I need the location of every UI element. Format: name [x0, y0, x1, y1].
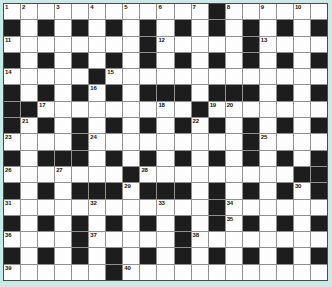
white-cell-r5c10[interactable]: [157, 69, 173, 84]
white-cell-r16c8[interactable]: [123, 248, 139, 263]
white-cell-r11c7[interactable]: [106, 167, 122, 182]
black-cell-r11c18: [294, 167, 310, 182]
white-cell-r9c10[interactable]: [157, 134, 173, 149]
white-cell-r3c17[interactable]: [277, 37, 293, 52]
white-cell-r1c9[interactable]: [140, 4, 156, 19]
white-cell-r8c2[interactable]: 21: [21, 118, 37, 133]
white-cell-r8c14[interactable]: [226, 118, 242, 133]
white-cell-r4c18[interactable]: [294, 53, 310, 68]
white-cell-r17c17[interactable]: [277, 265, 293, 280]
white-cell-r8c6[interactable]: [89, 118, 105, 133]
white-cell-r3c10[interactable]: 12: [157, 37, 173, 52]
white-cell-r14c2[interactable]: [21, 216, 37, 231]
white-cell-r5c8[interactable]: [123, 69, 139, 84]
clue-number-1: 1: [5, 4, 8, 11]
white-cell-r4c14[interactable]: [226, 53, 242, 68]
white-cell-r17c6[interactable]: [89, 265, 105, 280]
white-cell-r10c18[interactable]: [294, 151, 310, 166]
white-cell-r8c4[interactable]: [55, 118, 71, 133]
black-cell-r10c4: [55, 151, 71, 166]
white-cell-r16c6[interactable]: [89, 248, 105, 263]
white-cell-r11c14[interactable]: [226, 167, 242, 182]
white-cell-r13c3[interactable]: [38, 200, 54, 215]
white-cell-r11c3[interactable]: [38, 167, 54, 182]
white-cell-r13c14[interactable]: 34: [226, 200, 242, 215]
white-cell-r11c16[interactable]: [260, 167, 276, 182]
white-cell-r11c13[interactable]: [209, 167, 225, 182]
clue-number-6: 6: [158, 4, 161, 11]
white-cell-r15c13[interactable]: [209, 232, 225, 247]
black-cell-r7c2: [21, 102, 37, 117]
white-cell-r2c2[interactable]: [21, 20, 37, 35]
white-cell-r10c10[interactable]: [157, 151, 173, 166]
black-cell-r10c19: [311, 151, 327, 166]
white-cell-r15c3[interactable]: [38, 232, 54, 247]
white-cell-r8c8[interactable]: [123, 118, 139, 133]
white-cell-r3c12[interactable]: [192, 37, 208, 52]
black-cell-r2c13: [209, 20, 225, 35]
white-cell-r10c2[interactable]: [21, 151, 37, 166]
black-cell-r12c1: [4, 183, 20, 198]
white-cell-r2c14[interactable]: [226, 20, 242, 35]
black-cell-r8c15: [243, 118, 259, 133]
white-cell-r16c10[interactable]: [157, 248, 173, 263]
white-cell-r12c14[interactable]: [226, 183, 242, 198]
white-cell-r17c16[interactable]: [260, 265, 276, 280]
white-cell-r1c16[interactable]: 9: [260, 4, 276, 19]
white-cell-r11c9[interactable]: 28: [140, 167, 156, 182]
white-cell-r13c2[interactable]: [21, 200, 37, 215]
white-cell-r15c19[interactable]: [311, 232, 327, 247]
white-cell-r9c12[interactable]: [192, 134, 208, 149]
white-cell-r1c2[interactable]: 2: [21, 4, 37, 19]
black-cell-r6c1: [4, 85, 20, 100]
white-cell-r3c18[interactable]: [294, 37, 310, 52]
white-cell-r9c4[interactable]: [55, 134, 71, 149]
white-cell-r1c12[interactable]: 7: [192, 4, 208, 19]
white-cell-r15c1[interactable]: 36: [4, 232, 20, 247]
white-cell-r17c4[interactable]: [55, 265, 71, 280]
black-cell-r10c15: [243, 151, 259, 166]
clue-number-15: 15: [107, 69, 113, 76]
white-cell-r5c16[interactable]: [260, 69, 276, 84]
white-cell-r8c18[interactable]: [294, 118, 310, 133]
white-cell-r9c7[interactable]: [106, 134, 122, 149]
white-cell-r1c5[interactable]: [72, 4, 88, 19]
white-cell-r1c15[interactable]: [243, 4, 259, 19]
clue-number-37: 37: [90, 232, 96, 239]
white-cell-r7c18[interactable]: [294, 102, 310, 117]
white-cell-r2c6[interactable]: [89, 20, 105, 35]
white-cell-r11c5[interactable]: [72, 167, 88, 182]
white-cell-r14c6[interactable]: [89, 216, 105, 231]
white-cell-r3c13[interactable]: [209, 37, 225, 52]
white-cell-r11c11[interactable]: [175, 167, 191, 182]
white-cell-r1c14[interactable]: 8: [226, 4, 242, 19]
white-cell-r5c3[interactable]: [38, 69, 54, 84]
clue-number-25: 25: [261, 134, 267, 141]
white-cell-r14c18[interactable]: [294, 216, 310, 231]
white-cell-r4c6[interactable]: [89, 53, 105, 68]
black-cell-r10c5: [72, 151, 88, 166]
clue-number-30: 30: [295, 183, 301, 190]
white-cell-r12c16[interactable]: [260, 183, 276, 198]
white-cell-r17c3[interactable]: [38, 265, 54, 280]
white-cell-r9c19[interactable]: [311, 134, 327, 149]
white-cell-r15c15[interactable]: [243, 232, 259, 247]
black-cell-r14c3: [38, 216, 54, 231]
white-cell-r2c4[interactable]: [55, 20, 71, 35]
white-cell-r13c17[interactable]: [277, 200, 293, 215]
black-cell-r14c19: [311, 216, 327, 231]
white-cell-r2c10[interactable]: [157, 20, 173, 35]
white-cell-r15c7[interactable]: [106, 232, 122, 247]
black-cell-r3c15: [243, 37, 259, 52]
white-cell-r9c9[interactable]: [140, 134, 156, 149]
white-cell-r1c4[interactable]: 3: [55, 4, 71, 19]
white-cell-r3c6[interactable]: [89, 37, 105, 52]
white-cell-r7c19[interactable]: [311, 102, 327, 117]
black-cell-r8c19: [311, 118, 327, 133]
white-cell-r3c11[interactable]: [175, 37, 191, 52]
white-cell-r11c2[interactable]: [21, 167, 37, 182]
white-cell-r3c4[interactable]: [55, 37, 71, 52]
white-cell-r9c16[interactable]: 25: [260, 134, 276, 149]
white-cell-r3c8[interactable]: [123, 37, 139, 52]
white-cell-r17c11[interactable]: [175, 265, 191, 280]
clue-number-7: 7: [193, 4, 196, 11]
white-cell-r9c17[interactable]: [277, 134, 293, 149]
white-cell-r16c4[interactable]: [55, 248, 71, 263]
white-cell-r8c10[interactable]: [157, 118, 173, 133]
white-cell-r2c12[interactable]: [192, 20, 208, 35]
white-cell-r9c14[interactable]: [226, 134, 242, 149]
white-cell-r15c8[interactable]: [123, 232, 139, 247]
white-cell-r15c2[interactable]: [21, 232, 37, 247]
clue-number-16: 16: [90, 85, 96, 92]
black-cell-r16c7: [106, 248, 122, 263]
white-cell-r17c12[interactable]: [192, 265, 208, 280]
white-cell-r4c10[interactable]: [157, 53, 173, 68]
black-cell-r9c5: [72, 134, 88, 149]
white-cell-r1c7[interactable]: [106, 4, 122, 19]
white-cell-r5c13[interactable]: [209, 69, 225, 84]
black-cell-r2c1: [4, 20, 20, 35]
black-cell-r14c11: [175, 216, 191, 231]
black-cell-r10c1: [4, 151, 20, 166]
clue-number-9: 9: [261, 4, 264, 11]
white-cell-r4c2[interactable]: [21, 53, 37, 68]
black-cell-r14c7: [106, 216, 122, 231]
white-cell-r11c15[interactable]: [243, 167, 259, 182]
white-cell-r1c8[interactable]: 5: [123, 4, 139, 19]
black-cell-r10c3: [38, 151, 54, 166]
white-cell-r11c1[interactable]: 26: [4, 167, 20, 182]
black-cell-r13c13: [209, 200, 225, 215]
black-cell-r4c7: [106, 53, 122, 68]
white-cell-r9c8[interactable]: [123, 134, 139, 149]
white-cell-r13c12[interactable]: [192, 200, 208, 215]
white-cell-r3c16[interactable]: 13: [260, 37, 276, 52]
white-cell-r13c15[interactable]: [243, 200, 259, 215]
clue-number-8: 8: [227, 4, 230, 11]
white-cell-r13c10[interactable]: 33: [157, 200, 173, 215]
white-cell-r3c2[interactable]: [21, 37, 37, 52]
white-cell-r17c18[interactable]: [294, 265, 310, 280]
white-cell-r7c3[interactable]: 17: [38, 102, 54, 117]
white-cell-r15c12[interactable]: 38: [192, 232, 208, 247]
black-cell-r12c15: [243, 183, 259, 198]
white-cell-r11c17[interactable]: [277, 167, 293, 182]
white-cell-r11c12[interactable]: [192, 167, 208, 182]
white-cell-r15c16[interactable]: [260, 232, 276, 247]
white-cell-r14c10[interactable]: [157, 216, 173, 231]
white-cell-r13c11[interactable]: [175, 200, 191, 215]
white-cell-r15c18[interactable]: [294, 232, 310, 247]
black-cell-r4c9: [140, 53, 156, 68]
clue-number-24: 24: [90, 134, 96, 141]
black-cell-r6c14: [226, 85, 242, 100]
white-cell-r13c18[interactable]: [294, 200, 310, 215]
white-cell-r14c12[interactable]: [192, 216, 208, 231]
white-cell-r7c6[interactable]: [89, 102, 105, 117]
white-cell-r14c14[interactable]: 35: [226, 216, 242, 231]
black-cell-r12c6: [89, 183, 105, 198]
white-cell-r14c8[interactable]: [123, 216, 139, 231]
white-cell-r17c10[interactable]: [157, 265, 173, 280]
white-cell-r14c4[interactable]: [55, 216, 71, 231]
white-cell-r7c7[interactable]: [106, 102, 122, 117]
white-cell-r6c2[interactable]: [21, 85, 37, 100]
black-cell-r16c13: [209, 248, 225, 263]
white-cell-r10c12[interactable]: [192, 151, 208, 166]
white-cell-r13c6[interactable]: 32: [89, 200, 105, 215]
clue-number-3: 3: [56, 4, 59, 11]
white-cell-r6c12[interactable]: [192, 85, 208, 100]
white-cell-r6c18[interactable]: [294, 85, 310, 100]
white-cell-r5c5[interactable]: [72, 69, 88, 84]
white-cell-r7c10[interactable]: 18: [157, 102, 173, 117]
white-cell-r7c5[interactable]: [72, 102, 88, 117]
white-cell-r13c4[interactable]: [55, 200, 71, 215]
white-cell-r3c19[interactable]: [311, 37, 327, 52]
black-cell-r12c10: [157, 183, 173, 198]
white-cell-r5c17[interactable]: [277, 69, 293, 84]
white-cell-r1c19[interactable]: [311, 4, 327, 19]
white-cell-r15c14[interactable]: [226, 232, 242, 247]
white-cell-r13c16[interactable]: [260, 200, 276, 215]
white-cell-r12c12[interactable]: [192, 183, 208, 198]
white-cell-r13c5[interactable]: [72, 200, 88, 215]
white-cell-r3c3[interactable]: [38, 37, 54, 52]
white-cell-r5c1[interactable]: 14: [4, 69, 20, 84]
white-cell-r17c9[interactable]: [140, 265, 156, 280]
clue-number-20: 20: [227, 102, 233, 109]
clue-number-33: 33: [158, 200, 164, 207]
white-cell-r7c15[interactable]: [243, 102, 259, 117]
white-cell-r1c18[interactable]: 10: [294, 4, 310, 19]
white-cell-r5c15[interactable]: [243, 69, 259, 84]
white-cell-r2c8[interactable]: [123, 20, 139, 35]
white-cell-r12c18[interactable]: 30: [294, 183, 310, 198]
white-cell-r9c3[interactable]: [38, 134, 54, 149]
white-cell-r5c11[interactable]: [175, 69, 191, 84]
white-cell-r16c16[interactable]: [260, 248, 276, 263]
white-cell-r7c14[interactable]: 20: [226, 102, 242, 117]
black-cell-r3c9: [140, 37, 156, 52]
white-cell-r4c16[interactable]: [260, 53, 276, 68]
black-cell-r10c17: [277, 151, 293, 166]
black-cell-r4c13: [209, 53, 225, 68]
white-cell-r15c10[interactable]: [157, 232, 173, 247]
white-cell-r14c16[interactable]: [260, 216, 276, 231]
white-cell-r12c8[interactable]: 29: [123, 183, 139, 198]
white-cell-r7c4[interactable]: [55, 102, 71, 117]
clue-number-5: 5: [124, 4, 127, 11]
white-cell-r17c15[interactable]: [243, 265, 259, 280]
white-cell-r17c1[interactable]: 39: [4, 265, 20, 280]
white-cell-r16c12[interactable]: [192, 248, 208, 263]
white-cell-r10c6[interactable]: [89, 151, 105, 166]
white-cell-r5c7[interactable]: 15: [106, 69, 122, 84]
black-cell-r14c9: [140, 216, 156, 231]
white-cell-r11c4[interactable]: 27: [55, 167, 71, 182]
black-cell-r6c9: [140, 85, 156, 100]
white-cell-r15c6[interactable]: 37: [89, 232, 105, 247]
white-cell-r16c2[interactable]: [21, 248, 37, 263]
black-cell-r17c7: [106, 265, 122, 280]
white-cell-r6c8[interactable]: [123, 85, 139, 100]
black-cell-r16c9: [140, 248, 156, 263]
black-cell-r8c3: [38, 118, 54, 133]
white-cell-r3c1[interactable]: 11: [4, 37, 20, 52]
white-cell-r5c14[interactable]: [226, 69, 242, 84]
white-cell-r7c16[interactable]: [260, 102, 276, 117]
white-cell-r1c6[interactable]: 4: [89, 4, 105, 19]
white-cell-r16c18[interactable]: [294, 248, 310, 263]
white-cell-r8c12[interactable]: 22: [192, 118, 208, 133]
white-cell-r9c18[interactable]: [294, 134, 310, 149]
clue-number-11: 11: [5, 37, 11, 44]
black-cell-r2c19: [311, 20, 327, 35]
black-cell-r2c15: [243, 20, 259, 35]
white-cell-r7c8[interactable]: [123, 102, 139, 117]
white-cell-r6c6[interactable]: 16: [89, 85, 105, 100]
white-cell-r15c9[interactable]: [140, 232, 156, 247]
white-cell-r9c1[interactable]: 23: [4, 134, 20, 149]
white-cell-r4c4[interactable]: [55, 53, 71, 68]
black-cell-r4c11: [175, 53, 191, 68]
white-cell-r11c6[interactable]: [89, 167, 105, 182]
white-cell-r4c12[interactable]: [192, 53, 208, 68]
white-cell-r5c2[interactable]: [21, 69, 37, 84]
white-cell-r6c4[interactable]: [55, 85, 71, 100]
white-cell-r12c4[interactable]: [55, 183, 71, 198]
white-cell-r13c9[interactable]: [140, 200, 156, 215]
white-cell-r17c14[interactable]: [226, 265, 242, 280]
white-cell-r10c16[interactable]: [260, 151, 276, 166]
white-cell-r7c17[interactable]: [277, 102, 293, 117]
black-cell-r8c9: [140, 118, 156, 133]
black-cell-r2c9: [140, 20, 156, 35]
clue-number-22: 22: [193, 118, 199, 125]
white-cell-r9c11[interactable]: [175, 134, 191, 149]
white-cell-r5c4[interactable]: [55, 69, 71, 84]
white-cell-r3c7[interactable]: [106, 37, 122, 52]
black-cell-r12c5: [72, 183, 88, 198]
white-cell-r3c14[interactable]: [226, 37, 242, 52]
white-cell-r9c13[interactable]: [209, 134, 225, 149]
white-cell-r1c17[interactable]: [277, 4, 293, 19]
white-cell-r5c19[interactable]: [311, 69, 327, 84]
black-cell-r16c5: [72, 248, 88, 263]
white-cell-r8c16[interactable]: [260, 118, 276, 133]
clue-number-36: 36: [5, 232, 11, 239]
white-cell-r2c16[interactable]: [260, 20, 276, 35]
white-cell-r10c14[interactable]: [226, 151, 242, 166]
white-cell-r1c1[interactable]: 1: [4, 4, 20, 19]
white-cell-r15c4[interactable]: [55, 232, 71, 247]
white-cell-r12c2[interactable]: [21, 183, 37, 198]
black-cell-r14c17: [277, 216, 293, 231]
black-cell-r16c1: [4, 248, 20, 263]
crossword-grid: 1234567891011121314151617181920212223242…: [3, 3, 328, 281]
clue-number-35: 35: [227, 216, 233, 223]
white-cell-r3c5[interactable]: [72, 37, 88, 52]
white-cell-r5c9[interactable]: [140, 69, 156, 84]
white-cell-r1c10[interactable]: 6: [157, 4, 173, 19]
white-cell-r7c13[interactable]: 19: [209, 102, 225, 117]
white-cell-r9c6[interactable]: 24: [89, 134, 105, 149]
white-cell-r13c1[interactable]: 31: [4, 200, 20, 215]
white-cell-r7c9[interactable]: [140, 102, 156, 117]
white-cell-r13c7[interactable]: [106, 200, 122, 215]
white-cell-r17c2[interactable]: [21, 265, 37, 280]
white-cell-r15c17[interactable]: [277, 232, 293, 247]
black-cell-r8c13: [209, 118, 225, 133]
clue-number-4: 4: [90, 4, 93, 11]
white-cell-r1c11[interactable]: [175, 4, 191, 19]
white-cell-r7c11[interactable]: [175, 102, 191, 117]
white-cell-r17c19[interactable]: [311, 265, 327, 280]
black-cell-r2c7: [106, 20, 122, 35]
white-cell-r16c14[interactable]: [226, 248, 242, 263]
white-cell-r1c3[interactable]: [38, 4, 54, 19]
white-cell-r6c16[interactable]: [260, 85, 276, 100]
clue-number-39: 39: [5, 265, 11, 272]
white-cell-r13c8[interactable]: [123, 200, 139, 215]
white-cell-r2c18[interactable]: [294, 20, 310, 35]
black-cell-r6c7: [106, 85, 122, 100]
black-cell-r11c19: [311, 167, 327, 182]
white-cell-r4c8[interactable]: [123, 53, 139, 68]
clue-number-10: 10: [295, 4, 301, 11]
white-cell-r13c19[interactable]: [311, 200, 327, 215]
white-cell-r5c18[interactable]: [294, 69, 310, 84]
clue-number-19: 19: [210, 102, 216, 109]
black-cell-r2c3: [38, 20, 54, 35]
black-cell-r4c3: [38, 53, 54, 68]
white-cell-r17c13[interactable]: [209, 265, 225, 280]
white-cell-r11c10[interactable]: [157, 167, 173, 182]
black-cell-r10c7: [106, 151, 122, 166]
white-cell-r17c8[interactable]: 40: [123, 265, 139, 280]
white-cell-r5c12[interactable]: [192, 69, 208, 84]
white-cell-r10c8[interactable]: [123, 151, 139, 166]
white-cell-r17c5[interactable]: [72, 265, 88, 280]
clue-number-31: 31: [5, 200, 11, 207]
white-cell-r9c2[interactable]: [21, 134, 37, 149]
